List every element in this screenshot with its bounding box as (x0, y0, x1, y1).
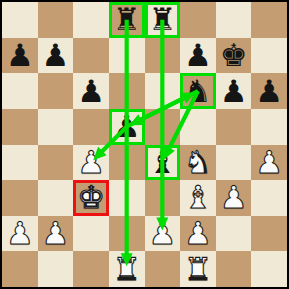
square-c1[interactable] (73, 251, 109, 287)
square-h2[interactable] (251, 216, 287, 252)
square-f6[interactable]: ♞ (180, 73, 216, 109)
white-pawn[interactable]: ♟ (220, 180, 248, 215)
square-h4[interactable]: ♟ (251, 145, 287, 181)
square-f7[interactable]: ♟ (180, 38, 216, 74)
square-c6[interactable]: ♟ (73, 73, 109, 109)
black-pawn[interactable]: ♟ (77, 74, 105, 109)
square-b2[interactable]: ♟ (38, 216, 74, 252)
square-a6[interactable] (2, 73, 38, 109)
black-pawn[interactable]: ♟ (6, 38, 34, 73)
white-king[interactable]: ♚ (77, 180, 105, 215)
square-f4[interactable]: ♞ (180, 145, 216, 181)
black-knight[interactable]: ♞ (184, 74, 212, 109)
square-a2[interactable]: ♟ (2, 216, 38, 252)
square-d5[interactable]: ♟ (109, 109, 145, 145)
square-b7[interactable]: ♟ (38, 38, 74, 74)
square-d1[interactable]: ♜ (109, 251, 145, 287)
white-pawn[interactable]: ♟ (42, 216, 70, 251)
square-f2[interactable]: ♟ (180, 216, 216, 252)
square-e4[interactable]: ♝ (145, 145, 181, 181)
square-a8[interactable] (2, 2, 38, 38)
square-h8[interactable] (251, 2, 287, 38)
square-d2[interactable] (109, 216, 145, 252)
square-g1[interactable] (216, 251, 252, 287)
white-pawn[interactable]: ♟ (255, 145, 283, 180)
square-f5[interactable] (180, 109, 216, 145)
black-bishop[interactable]: ♝ (148, 145, 176, 180)
square-c4[interactable]: ♟ (73, 145, 109, 181)
white-rook[interactable]: ♜ (184, 252, 212, 287)
square-b3[interactable] (38, 180, 74, 216)
square-g7[interactable]: ♚ (216, 38, 252, 74)
square-h7[interactable] (251, 38, 287, 74)
square-a7[interactable]: ♟ (2, 38, 38, 74)
black-pawn[interactable]: ♟ (184, 38, 212, 73)
square-e2[interactable]: ♟ (145, 216, 181, 252)
square-h3[interactable] (251, 180, 287, 216)
square-e7[interactable] (145, 38, 181, 74)
white-pawn[interactable]: ♟ (148, 216, 176, 251)
square-f8[interactable] (180, 2, 216, 38)
square-e6[interactable] (145, 73, 181, 109)
square-b4[interactable] (38, 145, 74, 181)
square-b8[interactable] (38, 2, 74, 38)
black-pawn[interactable]: ♟ (42, 38, 70, 73)
square-h6[interactable]: ♟ (251, 73, 287, 109)
square-a3[interactable] (2, 180, 38, 216)
square-d6[interactable] (109, 73, 145, 109)
chess-analysis-screenshot: ♜♜♟♟♟♚♟♞♟♟♟♟♝♞♟♚♝♟♟♟♟♟♜♜ (0, 0, 289, 289)
chess-board: ♜♜♟♟♟♚♟♞♟♟♟♟♝♞♟♚♝♟♟♟♟♟♜♜ (0, 0, 289, 289)
white-pawn[interactable]: ♟ (184, 216, 212, 251)
white-rook[interactable]: ♜ (113, 252, 141, 287)
black-pawn[interactable]: ♟ (113, 109, 141, 144)
square-b1[interactable] (38, 251, 74, 287)
square-d7[interactable] (109, 38, 145, 74)
black-rook[interactable]: ♜ (113, 2, 141, 37)
square-a1[interactable] (2, 251, 38, 287)
square-e1[interactable] (145, 251, 181, 287)
square-d4[interactable] (109, 145, 145, 181)
square-f3[interactable]: ♝ (180, 180, 216, 216)
square-g3[interactable]: ♟ (216, 180, 252, 216)
square-b5[interactable] (38, 109, 74, 145)
square-a5[interactable] (2, 109, 38, 145)
square-d8[interactable]: ♜ (109, 2, 145, 38)
white-pawn[interactable]: ♟ (6, 216, 34, 251)
square-c7[interactable] (73, 38, 109, 74)
black-pawn[interactable]: ♟ (220, 74, 248, 109)
square-c2[interactable] (73, 216, 109, 252)
square-a4[interactable] (2, 145, 38, 181)
square-e5[interactable] (145, 109, 181, 145)
square-g8[interactable] (216, 2, 252, 38)
black-pawn[interactable]: ♟ (255, 74, 283, 109)
square-d3[interactable] (109, 180, 145, 216)
square-g6[interactable]: ♟ (216, 73, 252, 109)
square-g4[interactable] (216, 145, 252, 181)
square-e3[interactable] (145, 180, 181, 216)
square-h1[interactable] (251, 251, 287, 287)
square-b6[interactable] (38, 73, 74, 109)
square-g2[interactable] (216, 216, 252, 252)
square-f1[interactable]: ♜ (180, 251, 216, 287)
square-h5[interactable] (251, 109, 287, 145)
square-e8[interactable]: ♜ (145, 2, 181, 38)
square-c3[interactable]: ♚ (73, 180, 109, 216)
black-rook[interactable]: ♜ (148, 2, 176, 37)
white-pawn[interactable]: ♟ (77, 145, 105, 180)
white-knight[interactable]: ♞ (184, 145, 212, 180)
black-king[interactable]: ♚ (220, 38, 248, 73)
white-bishop[interactable]: ♝ (184, 180, 212, 215)
square-g5[interactable] (216, 109, 252, 145)
square-c8[interactable] (73, 2, 109, 38)
square-c5[interactable] (73, 109, 109, 145)
